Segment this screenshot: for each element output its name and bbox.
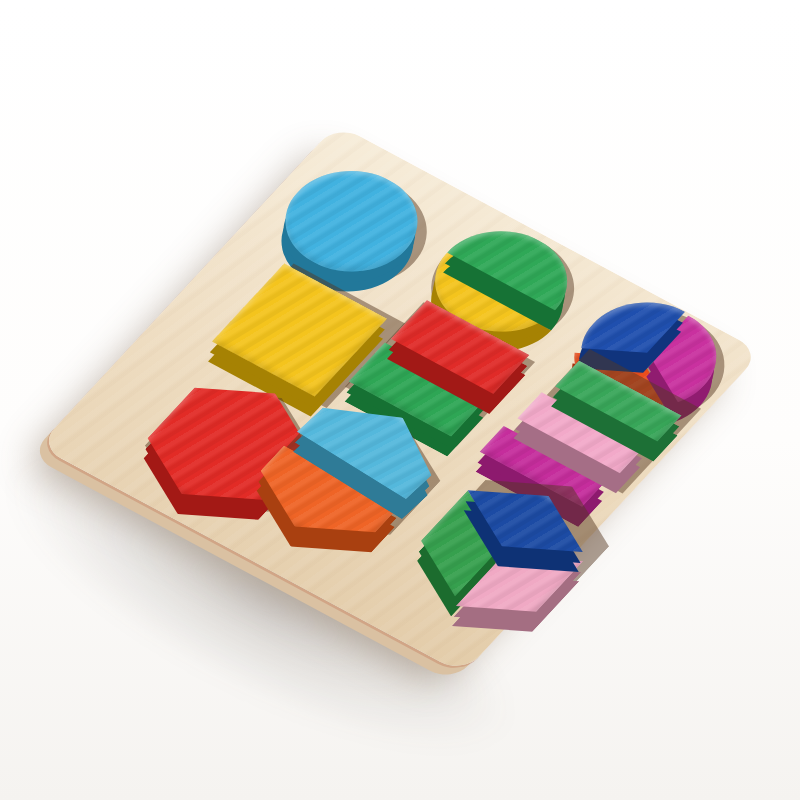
product-photo (0, 0, 800, 800)
cell-r2-c3 (493, 366, 668, 499)
